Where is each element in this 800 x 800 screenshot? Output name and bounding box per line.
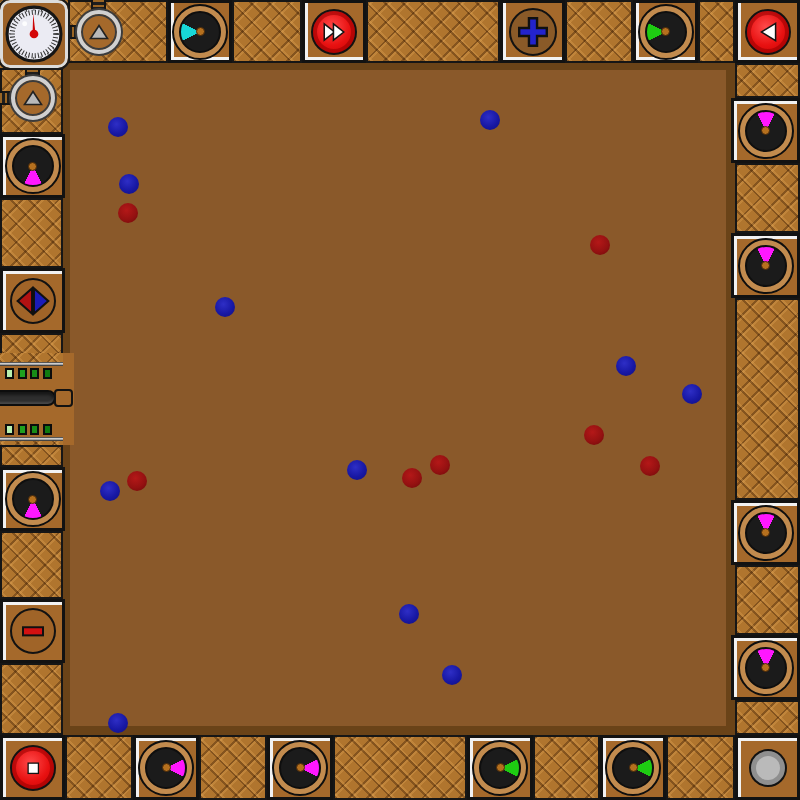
red-ball [640, 456, 660, 476]
right-dial-magenta-4-knob[interactable] [738, 640, 794, 696]
blue-ball [215, 297, 235, 317]
frame-plate [698, 0, 735, 63]
dial-center-dot [196, 27, 205, 36]
left-dial-magenta-1-tile [0, 134, 65, 198]
red-ball [584, 425, 604, 445]
corner-up-button-left[interactable] [11, 76, 55, 120]
dial-center-dot [496, 763, 505, 772]
blue-ball [682, 384, 702, 404]
dial-center-dot [761, 126, 770, 135]
reverse-button[interactable] [745, 9, 791, 55]
frame-plate [0, 333, 63, 355]
frame-plate [735, 565, 800, 635]
bottom-dial-magenta-2-knob[interactable] [272, 740, 328, 796]
left-right-toggle-button[interactable] [10, 278, 56, 324]
slider-handle[interactable] [54, 389, 73, 407]
led-row [0, 422, 63, 437]
frame-plate [0, 663, 63, 735]
bottom-dial-green-1-tile [467, 735, 533, 800]
left-right-icon [15, 283, 51, 319]
frame-plate [735, 700, 800, 735]
up-triangle-icon [21, 86, 45, 110]
right-dial-magenta-3-tile [731, 500, 800, 565]
frame-plate [0, 198, 63, 268]
subtract-button[interactable] [10, 608, 56, 654]
blue-ball [347, 460, 367, 480]
dial-center-dot [761, 663, 770, 672]
right-dial-magenta-2-knob[interactable] [738, 238, 794, 294]
stop-button[interactable] [10, 745, 56, 791]
add-tile [500, 0, 565, 63]
stop-tile [0, 735, 65, 800]
dial-center-dot [761, 528, 770, 537]
minus-icon [18, 616, 48, 646]
top-dial-cyan-tile [168, 0, 232, 63]
red-ball [118, 203, 138, 223]
reverse-tile [735, 0, 800, 63]
play-field [60, 60, 736, 736]
top-dial-green-tile [633, 0, 698, 63]
frame-plate [735, 298, 800, 500]
right-dial-magenta-1-knob[interactable] [738, 103, 794, 159]
bottom-dial-magenta-1-knob[interactable] [138, 740, 194, 796]
blue-ball [108, 713, 128, 733]
led-indicator [43, 368, 52, 379]
corner-up-button-top[interactable] [77, 10, 121, 54]
gray-button-center [756, 756, 780, 780]
frame-plate [366, 0, 500, 63]
led-indicator [18, 424, 27, 435]
bottom-dial-green-2-knob[interactable] [605, 740, 661, 796]
fast-forward-tile [302, 0, 366, 63]
gray-button-tile [735, 735, 800, 800]
right-dial-magenta-3-knob[interactable] [738, 505, 794, 561]
blue-ball [108, 117, 128, 137]
frame-plate [735, 63, 800, 98]
dial-center-dot [629, 763, 638, 772]
led-slider-panel [0, 353, 74, 445]
blue-ball [480, 110, 500, 130]
blue-ball [399, 604, 419, 624]
left-dial-magenta-2-knob[interactable] [5, 471, 61, 527]
up-triangle-icon [87, 20, 111, 44]
dial-center-dot [162, 763, 171, 772]
red-ball [127, 471, 147, 491]
gauge-tile [0, 0, 68, 68]
dial-center-dot [761, 261, 770, 270]
gray-button-button[interactable] [749, 749, 787, 787]
led-indicator [30, 368, 39, 379]
bottom-dial-green-1-knob[interactable] [472, 740, 528, 796]
machine [0, 0, 800, 800]
stop-icon [20, 755, 46, 781]
led-indicator [5, 368, 14, 379]
frame-plate [65, 735, 133, 800]
add-button[interactable] [509, 8, 557, 56]
frame-plate [666, 735, 735, 800]
red-ball [590, 235, 610, 255]
left-right-toggle-tile [0, 268, 65, 333]
led-row [0, 366, 63, 381]
subtract-tile [0, 599, 65, 663]
pressure-gauge-icon [5, 5, 63, 63]
red-ball [402, 468, 422, 488]
fast-forward-icon [321, 19, 347, 45]
frame-plate [533, 735, 600, 800]
frame-plate [735, 163, 800, 233]
frame-plate [0, 441, 63, 445]
led-indicator [30, 424, 39, 435]
left-dial-magenta-2-tile [0, 467, 65, 531]
frame-plate [333, 735, 467, 800]
right-dial-magenta-4-tile [731, 635, 800, 700]
frame-plate [0, 353, 63, 362]
blue-ball [119, 174, 139, 194]
slider-slot [0, 390, 56, 406]
bottom-dial-magenta-1-tile [133, 735, 199, 800]
right-dial-magenta-2-tile [731, 233, 800, 298]
dial-center-dot [28, 162, 37, 171]
led-indicator [5, 424, 14, 435]
red-ball [430, 455, 450, 475]
led-indicator [18, 368, 27, 379]
dial-center-dot [661, 27, 670, 36]
top-dial-green-knob[interactable] [638, 4, 694, 60]
bottom-dial-green-2-tile [600, 735, 666, 800]
plus-icon [515, 14, 551, 50]
frame-plate [232, 0, 302, 63]
frame-plate [0, 531, 63, 599]
top-dial-cyan-knob[interactable] [172, 4, 228, 60]
led-indicator [43, 424, 52, 435]
bottom-dial-magenta-2-tile [267, 735, 333, 800]
dial-center-dot [28, 495, 37, 504]
blue-ball [442, 665, 462, 685]
reverse-icon [755, 19, 781, 45]
blue-ball [100, 481, 120, 501]
frame-plate [0, 445, 63, 467]
dial-center-dot [296, 763, 305, 772]
fast-forward-button[interactable] [311, 9, 357, 55]
frame-plate [565, 0, 633, 63]
left-dial-magenta-1-knob[interactable] [5, 138, 61, 194]
frame-plate [199, 735, 267, 800]
blue-ball [616, 356, 636, 376]
right-dial-magenta-1-tile [731, 98, 800, 163]
